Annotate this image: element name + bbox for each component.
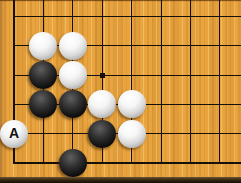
stone-white-e2[interactable]: [118, 120, 146, 148]
stone-white-d3[interactable]: [88, 90, 116, 118]
stone-black-b4[interactable]: [29, 61, 57, 89]
go-board[interactable]: A: [0, 0, 241, 183]
stone-black-c1[interactable]: [59, 149, 87, 177]
stone-white-e3[interactable]: [118, 90, 146, 118]
stone-white-c5[interactable]: [59, 32, 87, 60]
stone-white-c4[interactable]: [59, 61, 87, 89]
board-edge: [0, 177, 241, 183]
stone-black-d2[interactable]: [88, 120, 116, 148]
stone-white-b5[interactable]: [29, 32, 57, 60]
stone-layer: A: [0, 1, 235, 177]
stone-white-a2[interactable]: A: [0, 120, 28, 148]
stone-black-c3[interactable]: [59, 90, 87, 118]
stone-black-b3[interactable]: [29, 90, 57, 118]
stone-label: A: [9, 126, 19, 140]
